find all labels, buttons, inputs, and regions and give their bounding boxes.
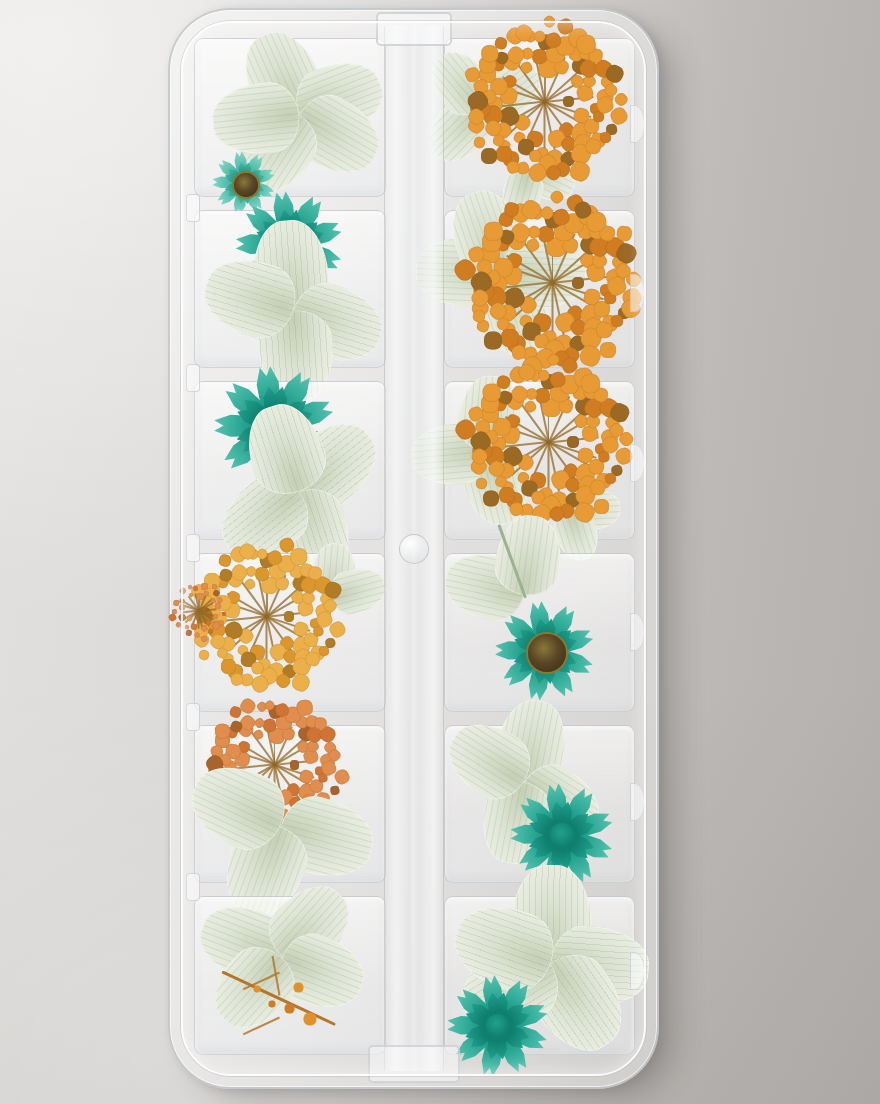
daisy-petal [455, 1020, 503, 1067]
lace-floret [533, 387, 552, 406]
lace-floret [222, 619, 245, 642]
lace-floret [469, 287, 492, 310]
daisy-petal [216, 160, 247, 187]
hydrangea-petal [256, 870, 365, 980]
lace-floret [565, 303, 586, 324]
flower-daisy [211, 150, 277, 216]
compartment-r4c1 [194, 553, 386, 712]
daisy-petal [213, 410, 275, 435]
daisy-petal [266, 422, 308, 485]
lace-floret [296, 599, 315, 618]
lace-stem [223, 602, 267, 617]
daisy-petal [223, 179, 246, 195]
lace-floret [313, 625, 324, 636]
compartment-r4c2 [444, 553, 636, 712]
flower-hydrangea [206, 881, 358, 1033]
lace-floret [604, 292, 617, 305]
lace-floret [268, 562, 286, 580]
daisy-petal [476, 1024, 505, 1077]
daisy-petal [282, 242, 319, 298]
daisy-petal [549, 800, 569, 836]
lace-floret [573, 199, 595, 221]
lace-floret [599, 342, 616, 359]
lace-stem [198, 610, 200, 628]
daisy-petal [260, 385, 284, 428]
daisy-petal [520, 792, 568, 841]
lace-floret [605, 274, 628, 297]
daisy-petal [236, 237, 291, 258]
daisy-petal [243, 178, 276, 196]
lace-stem [274, 760, 316, 766]
lace-floret [184, 625, 189, 630]
lace-floret [525, 130, 544, 149]
lace-floret [251, 661, 264, 674]
hydrangea-petal [416, 89, 501, 174]
hydrangea-petal [286, 50, 393, 148]
daisy-petal [275, 244, 297, 282]
hydrangea-petal [436, 709, 542, 811]
lace-floret [258, 790, 274, 806]
lace-floret [545, 236, 567, 258]
lace-floret [497, 302, 520, 325]
lace-floret [526, 160, 550, 184]
lace-floret [523, 29, 539, 45]
lace-floret [504, 25, 526, 47]
daisy-petal [531, 807, 567, 841]
lace-stem [544, 53, 546, 102]
lace-stem [222, 616, 267, 622]
lace-floret [500, 479, 515, 494]
lace-floret [572, 500, 597, 525]
lace-floret [287, 808, 303, 824]
daisy-petal [527, 828, 565, 854]
lace-floret [217, 766, 239, 788]
lace-floret [493, 35, 508, 50]
lace-floret [593, 387, 609, 403]
sprig-branch [243, 972, 280, 991]
lace-floret [215, 594, 232, 611]
flower-hydrangea [419, 384, 554, 519]
lace-floret [529, 470, 549, 490]
lace-floret [267, 811, 287, 831]
daisy-petal [542, 644, 594, 680]
lace-floret [504, 44, 526, 66]
lace-floret [267, 804, 279, 816]
lace-floret [484, 332, 502, 350]
daisy-petal [511, 644, 547, 669]
lace-floret [249, 643, 267, 661]
lace-floret [512, 130, 527, 145]
daisy-petal [243, 171, 276, 188]
lace-floret [617, 306, 631, 320]
daisy-petal [288, 224, 344, 253]
lace-stem [198, 610, 203, 628]
lace-floret [573, 460, 599, 486]
lace-stem [248, 616, 268, 658]
lace-floret [212, 613, 219, 620]
daisy-petal [560, 815, 614, 843]
lace-floret [190, 583, 206, 599]
lace-stem [274, 764, 300, 799]
lace-floret [282, 818, 298, 834]
lace-floret [542, 336, 568, 362]
daisy-petal [226, 376, 282, 433]
daisy-petal [539, 606, 581, 656]
lace-stem [240, 579, 268, 617]
lace-floret [475, 418, 492, 435]
lace-floret [567, 46, 584, 63]
lace-stem [548, 441, 592, 467]
daisy-petal [241, 207, 294, 252]
lace-floret [258, 659, 271, 672]
lace-floret [498, 228, 515, 245]
lace-stem [267, 593, 307, 617]
lace-floret [239, 673, 253, 687]
lace-stem [516, 62, 546, 102]
lace-stem [505, 441, 549, 467]
daisy-petal [534, 601, 553, 652]
lace-stem [274, 743, 311, 765]
lace-floret [198, 595, 214, 611]
lace-floret [219, 568, 233, 582]
lace-stem [545, 77, 588, 103]
lace-floret [551, 348, 572, 369]
lace-floret [503, 201, 519, 217]
lace-stem [274, 727, 292, 766]
daisy-petal [286, 238, 342, 277]
lace-floret [467, 268, 495, 296]
lace-floret [288, 563, 304, 579]
lace-stem [501, 426, 549, 443]
lace-stem [194, 593, 199, 611]
lace-floret [568, 317, 589, 338]
lace-floret [205, 608, 209, 612]
lace-floret [213, 611, 228, 626]
lace-floret [193, 585, 200, 592]
sprig-branch [243, 1017, 280, 1036]
lace-floret [593, 110, 605, 122]
daisy-petal [270, 418, 333, 461]
lace-stem [552, 282, 585, 326]
lace-floret [172, 608, 178, 614]
lace-floret [500, 285, 527, 312]
left-edge-tab [186, 364, 200, 392]
daisy-petal [214, 417, 276, 440]
lace-floret [211, 583, 217, 589]
lace-floret [602, 82, 619, 99]
lace-floret [482, 284, 510, 312]
lace-floret [481, 88, 497, 104]
lace-floret [316, 792, 331, 807]
lace-floret [218, 634, 238, 654]
lace-floret [497, 212, 514, 229]
lace-floret [587, 222, 605, 240]
daisy-petal [505, 610, 551, 657]
compartment-r2c1 [194, 210, 386, 369]
lace-floret [517, 313, 533, 329]
hydrangea-petal [456, 443, 536, 532]
lace-floret [575, 83, 595, 103]
lace-floret [523, 399, 539, 415]
lace-floret [304, 725, 324, 745]
daisy-petal [258, 425, 283, 468]
lace-floret [587, 458, 605, 476]
lace-floret [581, 395, 606, 420]
lace-floret [469, 446, 490, 467]
lace-floret [592, 56, 616, 80]
daisy-petal [490, 1025, 510, 1061]
lace-floret [467, 245, 486, 264]
daisy-petal [236, 162, 248, 184]
sprig-stem [221, 970, 335, 1025]
daisy-petal [253, 238, 292, 264]
lace-floret [491, 276, 508, 293]
daisy-petal [527, 816, 565, 842]
flower-lace [471, 28, 619, 176]
daisy-petal [540, 646, 575, 679]
lace-floret [309, 779, 324, 794]
lace-floret [253, 566, 270, 583]
lace-floret [231, 804, 245, 818]
lace-stem [235, 751, 275, 765]
storage-case [168, 8, 659, 1089]
lace-floret [576, 222, 595, 241]
daisy-petal [491, 1021, 533, 1072]
lace-floret [296, 723, 317, 744]
lace-floret [595, 472, 613, 490]
lace-floret [482, 443, 508, 469]
lace-stem [549, 436, 599, 443]
hydrangea-petal [209, 79, 303, 159]
daisy-petal [240, 155, 267, 186]
hydrangea-petal [408, 420, 489, 488]
lace-floret [227, 590, 242, 605]
flower-hydrangea [450, 708, 598, 856]
left-edge-tab [186, 703, 200, 731]
daisy-petal [261, 365, 284, 427]
hydrangea-petal [419, 40, 503, 126]
lace-floret [577, 343, 604, 370]
lace-floret [517, 293, 540, 316]
daisy-petal [548, 834, 569, 871]
lace-floret [194, 612, 218, 636]
lace-floret [571, 132, 596, 157]
lace-floret [535, 152, 558, 175]
lace-floret [467, 405, 485, 423]
lace-floret [179, 598, 185, 604]
lace-floret [465, 66, 482, 83]
lace-floret [577, 204, 599, 226]
lace-floret [595, 94, 616, 115]
lace-floret [568, 119, 593, 144]
lace-stem [227, 616, 267, 640]
lace-stem [198, 598, 212, 611]
lace-floret [223, 601, 241, 619]
lace-floret [322, 598, 338, 614]
lace-floret [572, 106, 590, 124]
lace-floret [595, 321, 613, 339]
lace-stem [266, 616, 294, 654]
lace-floret [187, 584, 193, 590]
lace-floret [205, 619, 212, 626]
lace-floret [603, 62, 626, 85]
lace-stem [257, 765, 275, 804]
lace-floret [528, 149, 542, 163]
right-latch-bump [630, 444, 645, 482]
lace-floret [551, 207, 572, 228]
lace-floret [278, 634, 296, 652]
lace-stem [496, 101, 545, 108]
lace-floret [229, 562, 250, 583]
hydrangea-petal [439, 546, 531, 627]
flower-hydrangea [524, 465, 616, 557]
right-latch-bump [630, 952, 645, 990]
daisy-petal [484, 1024, 505, 1060]
lace-floret [312, 574, 334, 596]
lace-floret [517, 138, 535, 156]
lace-floret [475, 476, 489, 490]
lace-floret [567, 333, 588, 354]
hydrangea-petal [506, 753, 612, 855]
lace-stem [198, 593, 200, 611]
lace-floret [549, 468, 572, 491]
lace-stem [545, 96, 594, 103]
flower-lace [473, 366, 625, 518]
lace-floret [532, 345, 558, 371]
lace-floret [243, 577, 257, 591]
daisy-petal [269, 191, 298, 247]
daisy-petal [283, 240, 327, 294]
flower-lace [198, 548, 336, 686]
lace-floret [554, 221, 575, 242]
lace-floret [543, 148, 566, 171]
lace-floret [560, 375, 580, 395]
daisy-petal [242, 179, 275, 202]
flower-daisy [445, 973, 551, 1079]
lace-floret [536, 34, 555, 53]
lace-floret [587, 234, 613, 260]
lace-stem [538, 393, 550, 442]
daisy-petal [555, 831, 597, 883]
lace-floret [486, 299, 509, 322]
lace-floret [575, 472, 601, 498]
lace-floret [580, 373, 601, 394]
lace-floret [553, 160, 572, 179]
lace-floret [481, 148, 497, 164]
flower-hydrangea [423, 49, 541, 167]
lace-floret [589, 479, 606, 496]
lace-floret [516, 161, 531, 176]
daisy-petal [266, 425, 290, 468]
lace-floret [501, 51, 524, 74]
lace-floret [288, 794, 304, 810]
lace-floret [306, 739, 321, 754]
lace-floret [314, 602, 333, 621]
right-latch-bump [630, 783, 645, 821]
right-latch-bump [630, 274, 645, 312]
lace-floret [325, 638, 337, 650]
lace-floret [284, 611, 294, 621]
lace-stem [185, 610, 199, 623]
lace-floret [518, 198, 542, 222]
lace-floret [610, 253, 629, 272]
hydrangea-petal [441, 181, 535, 284]
lace-stem [267, 616, 311, 631]
daisy-petal [246, 201, 295, 251]
flower-hydrangea [222, 37, 377, 192]
lace-stem [274, 765, 284, 806]
daisy-center [550, 823, 574, 847]
daisy-petal [515, 798, 566, 842]
daisy-petal [540, 833, 570, 887]
daisy-petal [287, 238, 326, 265]
lace-floret [577, 446, 596, 465]
flower-sprig [216, 935, 341, 1060]
lace-floret [610, 464, 623, 477]
lace-stem [274, 765, 276, 807]
lace-floret [483, 222, 503, 242]
lace-stem [267, 616, 307, 640]
lace-floret [594, 498, 610, 514]
lace-floret [320, 759, 338, 777]
lace-stem [541, 230, 554, 283]
daisy-petal [549, 834, 571, 887]
lace-floret [219, 619, 225, 625]
lace-stem [512, 282, 553, 319]
sprig-bud [293, 983, 303, 993]
daisy-center [486, 1014, 509, 1037]
lace-floret [332, 768, 350, 786]
lace-floret [495, 316, 511, 332]
lace-stem [498, 86, 545, 103]
lace-stem [508, 101, 545, 135]
hydrangea-petal [326, 562, 391, 620]
lace-stem [183, 610, 199, 620]
lace-floret [305, 714, 319, 728]
lace-floret [491, 133, 505, 147]
lace-floret [237, 740, 251, 754]
hydrangea-petal [283, 275, 392, 373]
lace-floret [192, 621, 211, 640]
lace-stem [238, 743, 275, 765]
lace-floret [526, 367, 542, 383]
lace-floret [475, 318, 490, 333]
lace-floret [520, 479, 539, 498]
daisy-petal [238, 419, 280, 458]
lace-floret [616, 225, 633, 242]
hydrangea-petal [517, 940, 640, 1067]
lace-floret [529, 502, 553, 526]
lace-floret [564, 213, 585, 234]
lace-floret [327, 747, 342, 762]
lace-stem [274, 764, 314, 778]
lace-floret [318, 773, 328, 783]
lace-floret [318, 590, 334, 606]
lace-stem [266, 571, 268, 617]
daisy-petal [559, 828, 597, 854]
lace-stem [552, 283, 554, 336]
daisy-petal [532, 650, 553, 701]
daisy-petal [254, 225, 293, 252]
lace-floret [186, 630, 193, 637]
lace-floret [550, 383, 569, 402]
lace-floret [571, 385, 588, 402]
lace-floret [561, 236, 580, 255]
lace-stem [544, 68, 581, 102]
lace-stem [548, 441, 579, 482]
lace-stem [548, 416, 592, 442]
flower-hydrangea [282, 549, 380, 647]
